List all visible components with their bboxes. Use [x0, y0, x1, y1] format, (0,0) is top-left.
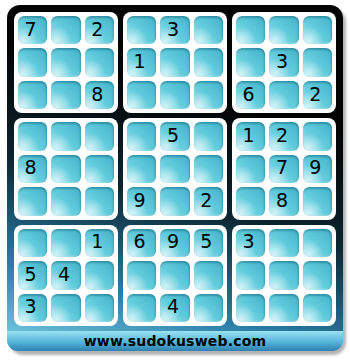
given-digit: 1 [243, 126, 255, 145]
cell-r7c5[interactable]: 9 [160, 229, 189, 257]
cell-r9c1[interactable]: 3 [18, 294, 47, 322]
given-digit: 6 [243, 85, 255, 104]
cell-r1c8[interactable] [269, 16, 298, 44]
cell-r2c9[interactable] [303, 48, 332, 76]
cell-r8c5[interactable] [160, 261, 189, 289]
cell-r9c5[interactable]: 4 [160, 294, 189, 322]
cell-r6c4[interactable]: 9 [127, 187, 156, 215]
cell-r1c1[interactable]: 7 [18, 16, 47, 44]
given-digit: 8 [25, 158, 37, 177]
cell-r2c5[interactable] [160, 48, 189, 76]
cell-r9c4[interactable] [127, 294, 156, 322]
cell-r4c6[interactable] [194, 122, 223, 150]
given-digit: 3 [167, 20, 179, 39]
cell-r8c8[interactable] [269, 261, 298, 289]
cell-r1c7[interactable] [236, 16, 265, 44]
box-r1c2: 31 [123, 12, 227, 113]
cell-r1c2[interactable] [51, 16, 80, 44]
given-digit: 2 [276, 126, 288, 145]
sudoku-page: 72831362859212798154369543 www.sudokuswe… [0, 0, 350, 360]
cell-r2c6[interactable] [194, 48, 223, 76]
cell-r6c5[interactable] [160, 187, 189, 215]
cell-r3c9[interactable]: 2 [303, 81, 332, 109]
given-digit: 3 [276, 52, 288, 71]
cell-r7c1[interactable] [18, 229, 47, 257]
cell-r5c8[interactable]: 7 [269, 155, 298, 183]
cell-r6c3[interactable] [85, 187, 114, 215]
cell-r3c4[interactable] [127, 81, 156, 109]
cell-r4c3[interactable] [85, 122, 114, 150]
cell-r2c8[interactable]: 3 [269, 48, 298, 76]
cell-r3c8[interactable] [269, 81, 298, 109]
given-digit: 7 [25, 20, 37, 39]
cell-r7c6[interactable]: 5 [194, 229, 223, 257]
given-digit: 7 [276, 158, 288, 177]
cell-r5c7[interactable] [236, 155, 265, 183]
given-digit: 1 [91, 232, 103, 251]
cell-r7c4[interactable]: 6 [127, 229, 156, 257]
cell-r1c9[interactable] [303, 16, 332, 44]
cell-r4c9[interactable] [303, 122, 332, 150]
given-digit: 8 [276, 191, 288, 210]
cell-r4c1[interactable] [18, 122, 47, 150]
cell-r5c3[interactable] [85, 155, 114, 183]
cell-r6c2[interactable] [51, 187, 80, 215]
cell-r8c6[interactable] [194, 261, 223, 289]
box-r2c1: 8 [14, 118, 118, 219]
cell-r2c2[interactable] [51, 48, 80, 76]
given-digit: 9 [309, 158, 321, 177]
cell-r4c2[interactable] [51, 122, 80, 150]
given-digit: 5 [200, 232, 212, 251]
cell-r3c7[interactable]: 6 [236, 81, 265, 109]
cell-r7c9[interactable] [303, 229, 332, 257]
given-digit: 2 [309, 85, 321, 104]
cell-r3c5[interactable] [160, 81, 189, 109]
cell-r8c7[interactable] [236, 261, 265, 289]
cell-r4c4[interactable] [127, 122, 156, 150]
cell-r9c6[interactable] [194, 294, 223, 322]
given-digit: 5 [167, 126, 179, 145]
cell-r2c4[interactable]: 1 [127, 48, 156, 76]
cell-r9c3[interactable] [85, 294, 114, 322]
cell-r8c1[interactable]: 5 [18, 261, 47, 289]
sudoku-board: 72831362859212798154369543 www.sudokuswe… [7, 5, 343, 351]
cell-r6c7[interactable] [236, 187, 265, 215]
cell-r9c2[interactable] [51, 294, 80, 322]
cell-r6c9[interactable] [303, 187, 332, 215]
given-digit: 9 [167, 232, 179, 251]
cell-r9c9[interactable] [303, 294, 332, 322]
given-digit: 6 [134, 232, 146, 251]
cell-r3c6[interactable] [194, 81, 223, 109]
cell-r2c3[interactable] [85, 48, 114, 76]
cell-r5c4[interactable] [127, 155, 156, 183]
box-r3c1: 1543 [14, 225, 118, 326]
given-digit: 2 [91, 20, 103, 39]
cell-r9c7[interactable] [236, 294, 265, 322]
cell-r7c2[interactable] [51, 229, 80, 257]
given-digit: 4 [167, 297, 179, 316]
cell-r3c3[interactable]: 8 [85, 81, 114, 109]
given-digit: 8 [91, 85, 103, 104]
cell-r4c8[interactable]: 2 [269, 122, 298, 150]
box-r1c3: 362 [232, 12, 336, 113]
given-digit: 1 [134, 52, 146, 71]
cell-r6c8[interactable]: 8 [269, 187, 298, 215]
cell-r3c2[interactable] [51, 81, 80, 109]
box-r2c2: 592 [123, 118, 227, 219]
sudoku-grid: 72831362859212798154369543 [7, 5, 343, 331]
given-digit: 4 [58, 265, 70, 284]
cell-r7c7[interactable]: 3 [236, 229, 265, 257]
box-r1c1: 728 [14, 12, 118, 113]
website-url: www.sudokusweb.com [84, 333, 267, 349]
cell-r5c9[interactable]: 9 [303, 155, 332, 183]
given-digit: 5 [25, 265, 37, 284]
cell-r8c9[interactable] [303, 261, 332, 289]
cell-r7c8[interactable] [269, 229, 298, 257]
cell-r6c6[interactable]: 2 [194, 187, 223, 215]
cell-r1c3[interactable]: 2 [85, 16, 114, 44]
cell-r2c1[interactable] [18, 48, 47, 76]
cell-r3c1[interactable] [18, 81, 47, 109]
cell-r2c7[interactable] [236, 48, 265, 76]
cell-r1c6[interactable] [194, 16, 223, 44]
cell-r9c8[interactable] [269, 294, 298, 322]
given-digit: 3 [25, 297, 37, 316]
footer-bar: www.sudokusweb.com [7, 331, 343, 351]
given-digit: 3 [243, 232, 255, 251]
cell-r8c2[interactable]: 4 [51, 261, 80, 289]
cell-r7c3[interactable]: 1 [85, 229, 114, 257]
box-r2c3: 12798 [232, 118, 336, 219]
cell-r4c5[interactable]: 5 [160, 122, 189, 150]
cell-r6c1[interactable] [18, 187, 47, 215]
cell-r8c3[interactable] [85, 261, 114, 289]
cell-r5c6[interactable] [194, 155, 223, 183]
cell-r5c2[interactable] [51, 155, 80, 183]
cell-r8c4[interactable] [127, 261, 156, 289]
box-r3c2: 6954 [123, 225, 227, 326]
box-r3c3: 3 [232, 225, 336, 326]
cell-r5c1[interactable]: 8 [18, 155, 47, 183]
cell-r4c7[interactable]: 1 [236, 122, 265, 150]
given-digit: 9 [134, 191, 146, 210]
cell-r1c4[interactable] [127, 16, 156, 44]
given-digit: 2 [200, 191, 212, 210]
cell-r1c5[interactable]: 3 [160, 16, 189, 44]
cell-r5c5[interactable] [160, 155, 189, 183]
